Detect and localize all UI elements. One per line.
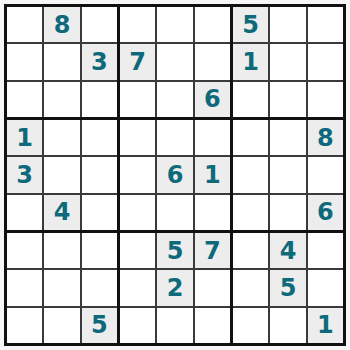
cell-r2c6[interactable] <box>195 44 230 79</box>
cell-r5c6[interactable]: 1 <box>195 157 230 192</box>
cell-r4c2[interactable] <box>44 120 79 155</box>
cell-r2c3[interactable]: 3 <box>82 44 117 79</box>
cell-r9c8[interactable] <box>270 308 305 343</box>
cell-r5c3[interactable] <box>82 157 117 192</box>
cell-r9c7[interactable] <box>233 308 268 343</box>
cell-r1c2[interactable]: 8 <box>44 7 79 42</box>
cell-r7c5[interactable]: 5 <box>157 233 192 268</box>
cell-r6c3[interactable] <box>82 195 117 230</box>
cell-r2c5[interactable] <box>157 44 192 79</box>
cell-r4c3[interactable] <box>82 120 117 155</box>
page: 83765113461865572451 <box>0 0 350 350</box>
cell-r1c3[interactable] <box>82 7 117 42</box>
cell-r1c5[interactable] <box>157 7 192 42</box>
cell-r8c2[interactable] <box>44 270 79 305</box>
cell-r4c7[interactable] <box>233 120 268 155</box>
cell-r9c6[interactable] <box>195 308 230 343</box>
box-3-1: 5 <box>7 233 117 343</box>
box-2-2: 61 <box>120 120 230 230</box>
box-2-1: 134 <box>7 120 117 230</box>
cell-r6c7[interactable] <box>233 195 268 230</box>
cell-r4c4[interactable] <box>120 120 155 155</box>
cell-r7c8[interactable]: 4 <box>270 233 305 268</box>
cell-r8c1[interactable] <box>7 270 42 305</box>
cell-r1c6[interactable] <box>195 7 230 42</box>
cell-r1c1[interactable] <box>7 7 42 42</box>
cell-r9c9[interactable]: 1 <box>308 308 343 343</box>
sudoku-board: 83765113461865572451 <box>4 4 346 346</box>
cell-r6c8[interactable] <box>270 195 305 230</box>
cell-r2c4[interactable]: 7 <box>120 44 155 79</box>
cell-r2c7[interactable]: 1 <box>233 44 268 79</box>
cell-r9c4[interactable] <box>120 308 155 343</box>
cell-r6c5[interactable] <box>157 195 192 230</box>
cell-r7c6[interactable]: 7 <box>195 233 230 268</box>
cell-r7c7[interactable] <box>233 233 268 268</box>
cell-r5c9[interactable] <box>308 157 343 192</box>
cell-r3c5[interactable] <box>157 82 192 117</box>
cell-r1c7[interactable]: 5 <box>233 7 268 42</box>
cell-r4c8[interactable] <box>270 120 305 155</box>
cell-r6c6[interactable] <box>195 195 230 230</box>
cell-r6c4[interactable] <box>120 195 155 230</box>
cell-r8c7[interactable] <box>233 270 268 305</box>
cell-r7c3[interactable] <box>82 233 117 268</box>
cell-r3c3[interactable] <box>82 82 117 117</box>
cell-r2c8[interactable] <box>270 44 305 79</box>
cell-r4c9[interactable]: 8 <box>308 120 343 155</box>
cell-r9c2[interactable] <box>44 308 79 343</box>
cell-r8c4[interactable] <box>120 270 155 305</box>
cell-r7c2[interactable] <box>44 233 79 268</box>
cell-r9c3[interactable]: 5 <box>82 308 117 343</box>
cell-r1c9[interactable] <box>308 7 343 42</box>
cell-r4c1[interactable]: 1 <box>7 120 42 155</box>
cell-r3c4[interactable] <box>120 82 155 117</box>
box-1-2: 76 <box>120 7 230 117</box>
cell-r2c2[interactable] <box>44 44 79 79</box>
cell-r5c8[interactable] <box>270 157 305 192</box>
box-1-3: 51 <box>233 7 343 117</box>
cell-r3c2[interactable] <box>44 82 79 117</box>
cell-r6c1[interactable] <box>7 195 42 230</box>
box-1-1: 83 <box>7 7 117 117</box>
cell-r8c6[interactable] <box>195 270 230 305</box>
box-2-3: 86 <box>233 120 343 230</box>
cell-r6c9[interactable]: 6 <box>308 195 343 230</box>
cell-r4c5[interactable] <box>157 120 192 155</box>
cell-r1c8[interactable] <box>270 7 305 42</box>
box-3-2: 572 <box>120 233 230 343</box>
cell-r3c8[interactable] <box>270 82 305 117</box>
cell-r4c6[interactable] <box>195 120 230 155</box>
cell-r9c5[interactable] <box>157 308 192 343</box>
cell-r8c8[interactable]: 5 <box>270 270 305 305</box>
cell-r9c1[interactable] <box>7 308 42 343</box>
cell-r1c4[interactable] <box>120 7 155 42</box>
cell-r8c3[interactable] <box>82 270 117 305</box>
cell-r5c2[interactable] <box>44 157 79 192</box>
cell-r5c7[interactable] <box>233 157 268 192</box>
cell-r3c6[interactable]: 6 <box>195 82 230 117</box>
cell-r7c9[interactable] <box>308 233 343 268</box>
cell-r8c9[interactable] <box>308 270 343 305</box>
cell-r5c1[interactable]: 3 <box>7 157 42 192</box>
cell-r7c1[interactable] <box>7 233 42 268</box>
cell-r3c9[interactable] <box>308 82 343 117</box>
cell-r7c4[interactable] <box>120 233 155 268</box>
cell-r6c2[interactable]: 4 <box>44 195 79 230</box>
cell-r2c1[interactable] <box>7 44 42 79</box>
cell-r3c7[interactable] <box>233 82 268 117</box>
cell-r5c5[interactable]: 6 <box>157 157 192 192</box>
cell-r8c5[interactable]: 2 <box>157 270 192 305</box>
cell-r2c9[interactable] <box>308 44 343 79</box>
cell-r5c4[interactable] <box>120 157 155 192</box>
box-3-3: 451 <box>233 233 343 343</box>
cell-r3c1[interactable] <box>7 82 42 117</box>
